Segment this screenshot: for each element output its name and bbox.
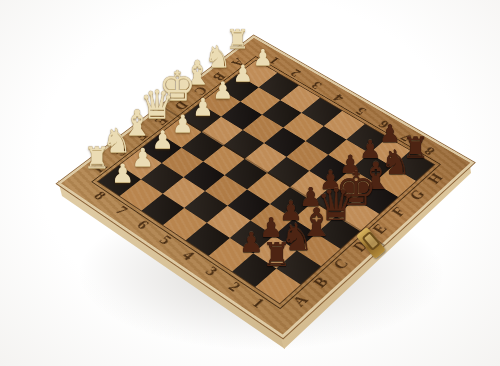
white-pawn-d2[interactable]: ♟ (172, 112, 194, 136)
white-pawn-h2[interactable]: ♟ (253, 46, 273, 68)
white-pawn-a2[interactable]: ♟ (111, 161, 134, 187)
black-pawn-a7[interactable]: ♟ (239, 229, 264, 257)
white-rook-a1[interactable]: ♜ (83, 144, 110, 174)
white-pawn-e2[interactable]: ♟ (192, 95, 213, 119)
white-pawn-f2[interactable]: ♟ (213, 79, 234, 102)
white-pawn-b2[interactable]: ♟ (131, 145, 153, 170)
product-photo: HA81GB72FC63ED54DE45CF36BG27AH18 ♜♞♝♛♚♝♞… (0, 0, 500, 366)
white-pawn-g2[interactable]: ♟ (233, 62, 253, 85)
pieces-layer: ♜♞♝♛♚♝♞♜♟♟♟♟♟♟♟♟♟♟♟♟♟♟♟♟♜♞♝♛♚♝♞♜ (0, 0, 500, 366)
black-rook-a8[interactable]: ♜ (262, 238, 292, 271)
white-pawn-c2[interactable]: ♟ (152, 128, 174, 153)
